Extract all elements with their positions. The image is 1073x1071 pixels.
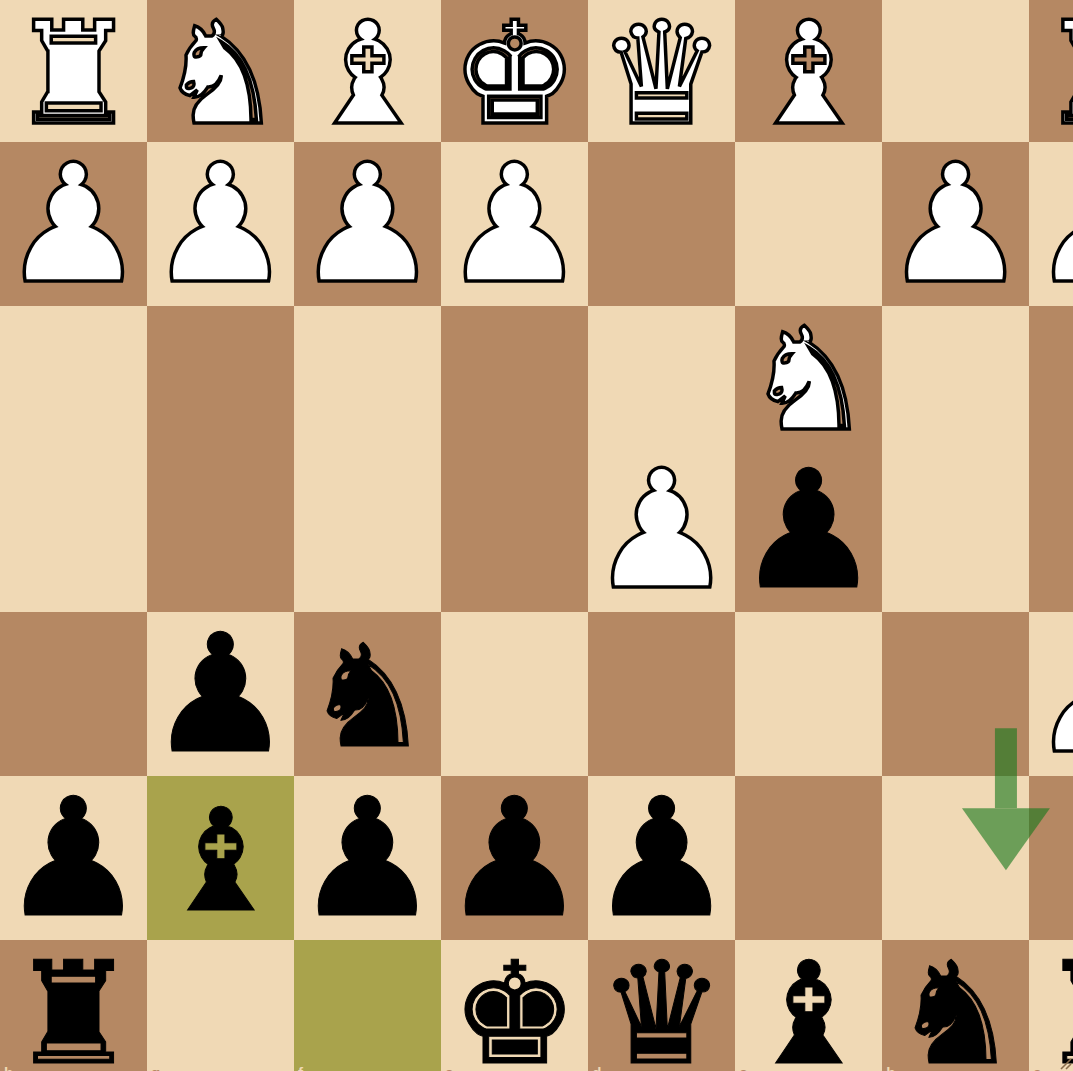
black-bishop[interactable]: ♝ <box>745 943 872 1071</box>
square-d7[interactable]: ♟ <box>588 776 735 940</box>
square-g3[interactable] <box>147 306 294 448</box>
square-a2[interactable]: ♟2 <box>1029 142 1073 306</box>
file-label-f: f <box>298 1065 303 1071</box>
black-rook[interactable]: ♜ <box>10 943 137 1071</box>
black-rook[interactable]: ♜ <box>1039 943 1073 1071</box>
square-b7[interactable] <box>882 776 1029 940</box>
square-h8[interactable]: ♜h <box>0 940 147 1071</box>
square-f2[interactable]: ♟ <box>294 142 441 306</box>
board-grid: ♜♞♝♚♛♝♜1♟♟♟♟♟♟2♞34♟♟5♟♞♟6♟♝♟♟♟7♜hgf♚e♛d♝… <box>0 0 1073 1071</box>
square-h5[interactable] <box>0 448 147 612</box>
square-g2[interactable]: ♟ <box>147 142 294 306</box>
square-a5[interactable]: 5 <box>1029 448 1073 612</box>
black-bishop[interactable]: ♝ <box>157 790 284 932</box>
square-f5[interactable] <box>294 448 441 612</box>
square-e8[interactable]: ♚e <box>441 940 588 1071</box>
square-d5[interactable]: ♟ <box>588 448 735 612</box>
square-c5[interactable]: ♟ <box>735 448 882 612</box>
square-d8[interactable]: ♛d <box>588 940 735 1071</box>
white-king[interactable]: ♚ <box>451 3 578 145</box>
white-queen[interactable]: ♛ <box>598 3 725 145</box>
white-pawn[interactable]: ♟ <box>1029 613 1073 777</box>
white-pawn[interactable]: ♟ <box>1029 143 1073 307</box>
square-a3[interactable]: 3 <box>1029 306 1073 448</box>
square-e7[interactable]: ♟ <box>441 776 588 940</box>
white-knight[interactable]: ♞ <box>157 3 284 145</box>
square-c6[interactable] <box>735 612 882 776</box>
square-e2[interactable]: ♟ <box>441 142 588 306</box>
square-g1[interactable]: ♞ <box>147 0 294 142</box>
black-pawn[interactable]: ♟ <box>147 613 294 777</box>
chess-board: ♜♞♝♚♛♝♜1♟♟♟♟♟♟2♞34♟♟5♟♞♟6♟♝♟♟♟7♜hgf♚e♛d♝… <box>0 0 1073 1071</box>
square-a6[interactable]: ♟6 <box>1029 612 1073 776</box>
square-h6[interactable] <box>0 612 147 776</box>
square-h1[interactable]: ♜ <box>0 0 147 142</box>
square-a7[interactable]: 7 <box>1029 776 1073 940</box>
square-b2[interactable]: ♟ <box>882 142 1029 306</box>
square-d3[interactable] <box>588 306 735 448</box>
square-c8[interactable]: ♝c <box>735 940 882 1071</box>
square-f7[interactable]: ♟ <box>294 776 441 940</box>
square-b3[interactable] <box>882 306 1029 448</box>
square-h7[interactable]: ♟ <box>0 776 147 940</box>
square-b5[interactable] <box>882 448 1029 612</box>
white-pawn[interactable]: ♟ <box>441 143 588 307</box>
square-a1[interactable]: ♜1 <box>1029 0 1073 142</box>
white-rook[interactable]: ♜ <box>10 3 137 145</box>
square-e5[interactable] <box>441 448 588 612</box>
white-rook[interactable]: ♜ <box>1039 3 1073 145</box>
black-pawn[interactable]: ♟ <box>0 777 147 941</box>
square-f3[interactable] <box>294 306 441 448</box>
square-h3[interactable] <box>0 306 147 448</box>
black-pawn[interactable]: ♟ <box>735 449 882 613</box>
square-b1[interactable] <box>882 0 1029 142</box>
square-g6[interactable]: ♟ <box>147 612 294 776</box>
square-d1[interactable]: ♛ <box>588 0 735 142</box>
square-b8[interactable]: ♞b <box>882 940 1029 1071</box>
white-pawn[interactable]: ♟ <box>882 143 1029 307</box>
black-knight[interactable]: ♞ <box>304 626 431 768</box>
square-g7[interactable]: ♝ <box>147 776 294 940</box>
square-d6[interactable] <box>588 612 735 776</box>
resize-handle-icon[interactable] <box>1060 1058 1072 1070</box>
square-h2[interactable]: ♟ <box>0 142 147 306</box>
square-a8[interactable]: ♜a8 <box>1029 940 1073 1071</box>
white-bishop[interactable]: ♝ <box>745 3 872 145</box>
square-e6[interactable] <box>441 612 588 776</box>
square-e3[interactable] <box>441 306 588 448</box>
white-pawn[interactable]: ♟ <box>588 449 735 613</box>
square-d2[interactable] <box>588 142 735 306</box>
square-c7[interactable] <box>735 776 882 940</box>
white-pawn[interactable]: ♟ <box>0 143 147 307</box>
square-f6[interactable]: ♞ <box>294 612 441 776</box>
black-king[interactable]: ♚ <box>451 943 578 1071</box>
file-label-g: g <box>151 1065 160 1071</box>
white-bishop[interactable]: ♝ <box>304 3 431 145</box>
white-pawn[interactable]: ♟ <box>147 143 294 307</box>
square-g5[interactable] <box>147 448 294 612</box>
white-knight[interactable]: ♞ <box>745 309 872 451</box>
square-e1[interactable]: ♚ <box>441 0 588 142</box>
white-pawn[interactable]: ♟ <box>294 143 441 307</box>
black-pawn[interactable]: ♟ <box>294 777 441 941</box>
square-f8[interactable]: f <box>294 940 441 1071</box>
black-knight[interactable]: ♞ <box>892 943 1019 1071</box>
square-c1[interactable]: ♝ <box>735 0 882 142</box>
square-g8[interactable]: g <box>147 940 294 1071</box>
black-pawn[interactable]: ♟ <box>588 777 735 941</box>
square-b6[interactable] <box>882 612 1029 776</box>
square-f1[interactable]: ♝ <box>294 0 441 142</box>
square-c3[interactable]: ♞ <box>735 306 882 448</box>
black-pawn[interactable]: ♟ <box>441 777 588 941</box>
square-c2[interactable] <box>735 142 882 306</box>
black-queen[interactable]: ♛ <box>598 943 725 1071</box>
